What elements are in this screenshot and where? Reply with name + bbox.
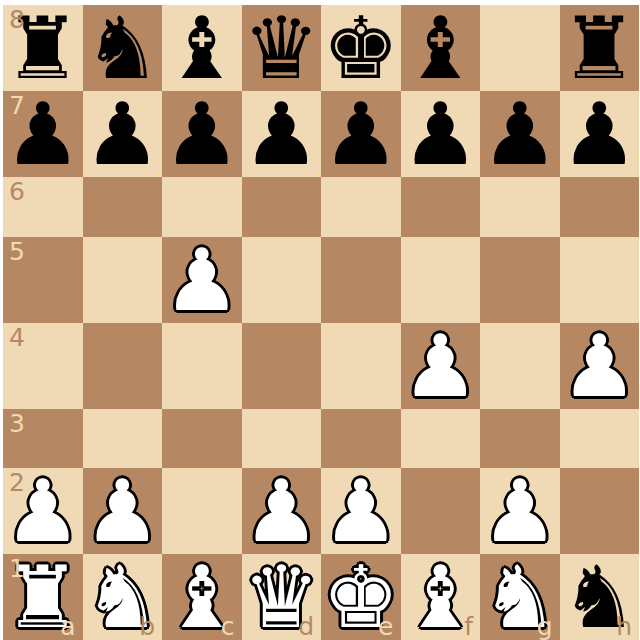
square-f3[interactable] xyxy=(401,409,481,469)
square-h5[interactable] xyxy=(560,237,640,323)
square-c1[interactable]: c♝ xyxy=(162,554,242,640)
square-h2[interactable] xyxy=(560,468,640,554)
square-h1[interactable]: h♞ xyxy=(560,554,640,640)
square-h8[interactable]: ♜ xyxy=(560,5,640,91)
black-knight-b8[interactable]: ♞ xyxy=(84,5,161,91)
board-grid: 8♜♞♝♛♚♝♜7♟♟♟♟♟♟♟♟65♟4♟♟32♟♟♟♟♟1a♜b♞c♝d♛e… xyxy=(3,5,639,640)
square-g3[interactable] xyxy=(480,409,560,469)
square-c2[interactable] xyxy=(162,468,242,554)
square-g4[interactable] xyxy=(480,323,560,409)
square-a6[interactable]: 6 xyxy=(3,177,83,237)
white-queen-d1[interactable]: ♛ xyxy=(243,554,320,640)
white-king-e1[interactable]: ♚ xyxy=(322,554,399,640)
white-pawn-g2[interactable]: ♟ xyxy=(481,468,558,554)
black-pawn-f7[interactable]: ♟ xyxy=(402,91,479,177)
black-knight-h1[interactable]: ♞ xyxy=(561,554,638,640)
square-g8[interactable] xyxy=(480,5,560,91)
square-a7[interactable]: 7♟ xyxy=(3,91,83,177)
rank-label-5: 5 xyxy=(9,239,25,264)
black-pawn-e7[interactable]: ♟ xyxy=(322,91,399,177)
square-g2[interactable]: ♟ xyxy=(480,468,560,554)
black-king-e8[interactable]: ♚ xyxy=(322,5,399,91)
square-e8[interactable]: ♚ xyxy=(321,5,401,91)
square-h3[interactable] xyxy=(560,409,640,469)
square-e2[interactable]: ♟ xyxy=(321,468,401,554)
square-b1[interactable]: b♞ xyxy=(83,554,163,640)
rank-label-4: 4 xyxy=(9,325,25,350)
square-a1[interactable]: 1a♜ xyxy=(3,554,83,640)
square-c5[interactable]: ♟ xyxy=(162,237,242,323)
white-pawn-a2[interactable]: ♟ xyxy=(4,468,81,554)
white-rook-a1[interactable]: ♜ xyxy=(4,554,81,640)
square-b6[interactable] xyxy=(83,177,163,237)
square-d8[interactable]: ♛ xyxy=(242,5,322,91)
square-a2[interactable]: 2♟ xyxy=(3,468,83,554)
white-pawn-e2[interactable]: ♟ xyxy=(322,468,399,554)
square-f4[interactable]: ♟ xyxy=(401,323,481,409)
black-bishop-c8[interactable]: ♝ xyxy=(163,5,240,91)
square-d1[interactable]: d♛ xyxy=(242,554,322,640)
square-c7[interactable]: ♟ xyxy=(162,91,242,177)
square-b5[interactable] xyxy=(83,237,163,323)
square-a5[interactable]: 5 xyxy=(3,237,83,323)
black-pawn-a7[interactable]: ♟ xyxy=(4,91,81,177)
black-rook-a8[interactable]: ♜ xyxy=(4,5,81,91)
chess-board: 8♜♞♝♛♚♝♜7♟♟♟♟♟♟♟♟65♟4♟♟32♟♟♟♟♟1a♜b♞c♝d♛e… xyxy=(3,5,639,640)
square-f8[interactable]: ♝ xyxy=(401,5,481,91)
square-d3[interactable] xyxy=(242,409,322,469)
square-d4[interactable] xyxy=(242,323,322,409)
rank-label-6: 6 xyxy=(9,179,25,204)
square-c4[interactable] xyxy=(162,323,242,409)
square-e7[interactable]: ♟ xyxy=(321,91,401,177)
square-b3[interactable] xyxy=(83,409,163,469)
black-queen-d8[interactable]: ♛ xyxy=(243,5,320,91)
square-f2[interactable] xyxy=(401,468,481,554)
square-g5[interactable] xyxy=(480,237,560,323)
square-b8[interactable]: ♞ xyxy=(83,5,163,91)
square-b7[interactable]: ♟ xyxy=(83,91,163,177)
square-g6[interactable] xyxy=(480,177,560,237)
white-knight-g1[interactable]: ♞ xyxy=(481,554,558,640)
square-b4[interactable] xyxy=(83,323,163,409)
square-a4[interactable]: 4 xyxy=(3,323,83,409)
square-c8[interactable]: ♝ xyxy=(162,5,242,91)
white-pawn-d2[interactable]: ♟ xyxy=(243,468,320,554)
square-e3[interactable] xyxy=(321,409,401,469)
black-pawn-c7[interactable]: ♟ xyxy=(163,91,240,177)
square-d5[interactable] xyxy=(242,237,322,323)
square-h7[interactable]: ♟ xyxy=(560,91,640,177)
square-d7[interactable]: ♟ xyxy=(242,91,322,177)
black-pawn-h7[interactable]: ♟ xyxy=(561,91,638,177)
square-c6[interactable] xyxy=(162,177,242,237)
black-pawn-b7[interactable]: ♟ xyxy=(84,91,161,177)
square-f7[interactable]: ♟ xyxy=(401,91,481,177)
white-pawn-h4[interactable]: ♟ xyxy=(561,323,638,409)
white-pawn-f4[interactable]: ♟ xyxy=(402,323,479,409)
square-h6[interactable] xyxy=(560,177,640,237)
square-e5[interactable] xyxy=(321,237,401,323)
square-f1[interactable]: f♝ xyxy=(401,554,481,640)
square-h4[interactable]: ♟ xyxy=(560,323,640,409)
white-pawn-b2[interactable]: ♟ xyxy=(84,468,161,554)
square-f5[interactable] xyxy=(401,237,481,323)
square-e1[interactable]: e♚ xyxy=(321,554,401,640)
black-rook-h8[interactable]: ♜ xyxy=(561,5,638,91)
black-pawn-d7[interactable]: ♟ xyxy=(243,91,320,177)
square-d2[interactable]: ♟ xyxy=(242,468,322,554)
white-pawn-c5[interactable]: ♟ xyxy=(163,237,240,323)
black-pawn-g7[interactable]: ♟ xyxy=(481,91,558,177)
square-g7[interactable]: ♟ xyxy=(480,91,560,177)
square-a3[interactable]: 3 xyxy=(3,409,83,469)
square-a8[interactable]: 8♜ xyxy=(3,5,83,91)
square-d6[interactable] xyxy=(242,177,322,237)
white-bishop-f1[interactable]: ♝ xyxy=(402,554,479,640)
black-bishop-f8[interactable]: ♝ xyxy=(402,5,479,91)
square-e6[interactable] xyxy=(321,177,401,237)
rank-label-3: 3 xyxy=(9,411,25,436)
square-c3[interactable] xyxy=(162,409,242,469)
square-f6[interactable] xyxy=(401,177,481,237)
square-b2[interactable]: ♟ xyxy=(83,468,163,554)
white-bishop-c1[interactable]: ♝ xyxy=(163,554,240,640)
white-knight-b1[interactable]: ♞ xyxy=(84,554,161,640)
square-g1[interactable]: g♞ xyxy=(480,554,560,640)
square-e4[interactable] xyxy=(321,323,401,409)
